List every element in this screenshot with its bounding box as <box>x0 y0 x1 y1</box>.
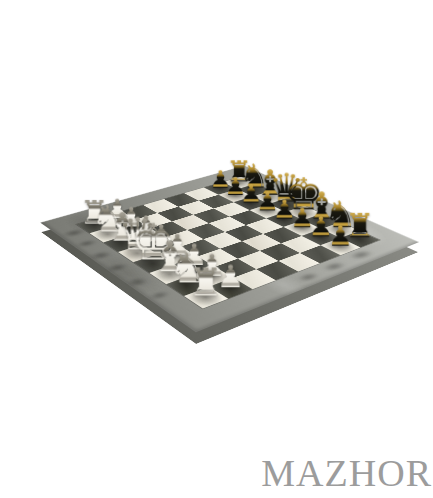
product-photo: ♜♞♝♛♚♝♞♜♟♟♟♟♟♟♟♟♟♟♟♟♟♟♟♟♜♞♝♛♚♝♞♜ MAZHOR <box>0 0 433 498</box>
watermark-text: MAZHOR <box>261 454 432 492</box>
square-e4 <box>203 232 242 249</box>
square-h1: ♜ <box>184 287 228 309</box>
board-top: ♜♞♝♛♚♝♞♜♟♟♟♟♟♟♟♟♟♟♟♟♟♟♟♟♜♞♝♛♚♝♞♜ <box>40 165 419 332</box>
square-d6 <box>229 210 266 225</box>
